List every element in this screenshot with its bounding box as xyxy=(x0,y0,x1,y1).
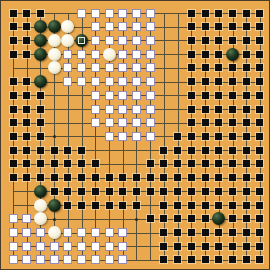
white-territory-marker[interactable] xyxy=(118,228,127,237)
white-territory-marker[interactable] xyxy=(105,118,114,127)
black-territory-marker[interactable] xyxy=(23,37,30,44)
black-territory-marker[interactable] xyxy=(202,215,209,222)
white-territory-marker[interactable] xyxy=(9,228,18,237)
white-territory-marker[interactable] xyxy=(118,105,127,114)
black-territory-marker[interactable] xyxy=(78,160,85,167)
white-territory-marker[interactable] xyxy=(91,255,100,264)
black-territory-marker[interactable] xyxy=(243,51,250,58)
star-point xyxy=(135,218,138,221)
black-territory-marker[interactable] xyxy=(243,133,250,140)
black-territory-marker[interactable] xyxy=(133,202,140,209)
white-territory-marker[interactable] xyxy=(132,132,141,141)
black-territory-marker[interactable] xyxy=(256,243,263,250)
white-territory-marker[interactable] xyxy=(63,63,72,72)
black-territory-marker[interactable] xyxy=(256,160,263,167)
white-territory-marker[interactable] xyxy=(132,63,141,72)
grid-line-vertical xyxy=(164,13,165,261)
black-territory-marker[interactable] xyxy=(10,37,17,44)
black-territory-marker[interactable] xyxy=(51,160,58,167)
black-territory-marker[interactable] xyxy=(64,202,71,209)
white-territory-marker[interactable] xyxy=(22,242,31,251)
black-territory-marker[interactable] xyxy=(160,202,167,209)
black-territory-marker[interactable] xyxy=(10,10,17,17)
black-territory-marker[interactable] xyxy=(10,160,17,167)
white-territory-marker[interactable] xyxy=(146,36,155,45)
black-territory-marker[interactable] xyxy=(64,188,71,195)
black-territory-marker[interactable] xyxy=(23,51,30,58)
white-territory-marker[interactable] xyxy=(132,50,141,59)
black-territory-marker[interactable] xyxy=(188,147,195,154)
black-territory-marker[interactable] xyxy=(92,202,99,209)
white-territory-marker[interactable] xyxy=(105,228,114,237)
white-territory-marker[interactable] xyxy=(146,9,155,18)
black-territory-marker[interactable] xyxy=(243,147,250,154)
black-territory-marker[interactable] xyxy=(229,37,236,44)
black-stone[interactable] xyxy=(75,34,88,47)
black-territory-marker[interactable] xyxy=(188,215,195,222)
black-territory-marker[interactable] xyxy=(119,174,126,181)
black-stone[interactable] xyxy=(34,48,47,61)
black-territory-marker[interactable] xyxy=(188,256,195,263)
white-stone[interactable] xyxy=(34,212,47,225)
black-territory-marker[interactable] xyxy=(188,92,195,99)
white-stone[interactable] xyxy=(48,61,61,74)
white-territory-marker[interactable] xyxy=(105,63,114,72)
black-territory-marker[interactable] xyxy=(174,256,181,263)
black-territory-marker[interactable] xyxy=(106,174,113,181)
white-territory-marker[interactable] xyxy=(132,118,141,127)
black-territory-marker[interactable] xyxy=(23,174,30,181)
black-territory-marker[interactable] xyxy=(256,51,263,58)
black-territory-marker[interactable] xyxy=(202,174,209,181)
white-territory-marker[interactable] xyxy=(77,63,86,72)
black-territory-marker[interactable] xyxy=(256,256,263,263)
black-territory-marker[interactable] xyxy=(174,174,181,181)
white-stone[interactable] xyxy=(48,34,61,47)
black-territory-marker[interactable] xyxy=(243,229,250,236)
black-territory-marker[interactable] xyxy=(256,119,263,126)
black-territory-marker[interactable] xyxy=(243,188,250,195)
black-territory-marker[interactable] xyxy=(202,37,209,44)
white-territory-marker[interactable] xyxy=(9,255,18,264)
black-territory-marker[interactable] xyxy=(202,133,209,140)
black-territory-marker[interactable] xyxy=(215,119,222,126)
black-territory-marker[interactable] xyxy=(64,174,71,181)
black-territory-marker[interactable] xyxy=(37,92,44,99)
white-territory-marker[interactable] xyxy=(118,255,127,264)
white-territory-marker[interactable] xyxy=(22,255,31,264)
white-territory-marker[interactable] xyxy=(50,255,59,264)
black-territory-marker[interactable] xyxy=(215,229,222,236)
white-territory-marker[interactable] xyxy=(132,9,141,18)
black-territory-marker[interactable] xyxy=(229,133,236,140)
white-stone[interactable] xyxy=(61,34,74,47)
black-territory-marker[interactable] xyxy=(188,174,195,181)
black-territory-marker[interactable] xyxy=(256,229,263,236)
black-territory-marker[interactable] xyxy=(188,23,195,30)
black-territory-marker[interactable] xyxy=(202,147,209,154)
white-territory-marker[interactable] xyxy=(146,77,155,86)
black-territory-marker[interactable] xyxy=(92,188,99,195)
black-territory-marker[interactable] xyxy=(202,229,209,236)
black-territory-marker[interactable] xyxy=(106,188,113,195)
black-territory-marker[interactable] xyxy=(188,133,195,140)
black-territory-marker[interactable] xyxy=(243,64,250,71)
white-territory-marker[interactable] xyxy=(118,91,127,100)
black-stone[interactable] xyxy=(226,48,239,61)
black-territory-marker[interactable] xyxy=(78,174,85,181)
white-territory-marker[interactable] xyxy=(105,77,114,86)
white-territory-marker[interactable] xyxy=(91,36,100,45)
white-territory-marker[interactable] xyxy=(146,22,155,31)
black-territory-marker[interactable] xyxy=(188,78,195,85)
black-territory-marker[interactable] xyxy=(229,256,236,263)
black-territory-marker[interactable] xyxy=(229,202,236,209)
black-territory-marker[interactable] xyxy=(64,160,71,167)
black-territory-marker[interactable] xyxy=(160,147,167,154)
black-territory-marker[interactable] xyxy=(202,10,209,17)
black-territory-marker[interactable] xyxy=(215,64,222,71)
black-territory-marker[interactable] xyxy=(215,188,222,195)
black-territory-marker[interactable] xyxy=(133,174,140,181)
white-territory-marker[interactable] xyxy=(91,228,100,237)
black-territory-marker[interactable] xyxy=(78,147,85,154)
black-territory-marker[interactable] xyxy=(10,119,17,126)
black-territory-marker[interactable] xyxy=(188,51,195,58)
white-territory-marker[interactable] xyxy=(118,50,127,59)
white-territory-marker[interactable] xyxy=(91,22,100,31)
black-territory-marker[interactable] xyxy=(147,160,154,167)
white-territory-marker[interactable] xyxy=(118,77,127,86)
white-stone[interactable] xyxy=(48,48,61,61)
white-territory-marker[interactable] xyxy=(77,255,86,264)
black-territory-marker[interactable] xyxy=(202,243,209,250)
white-territory-marker[interactable] xyxy=(118,9,127,18)
black-territory-marker[interactable] xyxy=(188,64,195,71)
white-territory-marker[interactable] xyxy=(91,63,100,72)
black-territory-marker[interactable] xyxy=(119,202,126,209)
black-territory-marker[interactable] xyxy=(202,119,209,126)
last-move-marker xyxy=(78,37,85,44)
black-territory-marker[interactable] xyxy=(188,37,195,44)
black-territory-marker[interactable] xyxy=(215,10,222,17)
black-territory-marker[interactable] xyxy=(243,202,250,209)
white-territory-marker[interactable] xyxy=(91,9,100,18)
black-territory-marker[interactable] xyxy=(215,78,222,85)
white-territory-marker[interactable] xyxy=(118,242,127,251)
black-territory-marker[interactable] xyxy=(215,160,222,167)
black-territory-marker[interactable] xyxy=(202,92,209,99)
black-territory-marker[interactable] xyxy=(174,133,181,140)
black-territory-marker[interactable] xyxy=(243,10,250,17)
black-territory-marker[interactable] xyxy=(147,188,154,195)
white-territory-marker[interactable] xyxy=(132,105,141,114)
black-territory-marker[interactable] xyxy=(243,243,250,250)
black-territory-marker[interactable] xyxy=(10,133,17,140)
black-territory-marker[interactable] xyxy=(215,92,222,99)
black-territory-marker[interactable] xyxy=(92,160,99,167)
black-territory-marker[interactable] xyxy=(37,10,44,17)
black-territory-marker[interactable] xyxy=(202,51,209,58)
black-territory-marker[interactable] xyxy=(215,243,222,250)
white-territory-marker[interactable] xyxy=(118,118,127,127)
black-territory-marker[interactable] xyxy=(229,64,236,71)
white-territory-marker[interactable] xyxy=(63,228,72,237)
black-territory-marker[interactable] xyxy=(188,119,195,126)
black-territory-marker[interactable] xyxy=(23,160,30,167)
black-territory-marker[interactable] xyxy=(119,188,126,195)
black-territory-marker[interactable] xyxy=(229,92,236,99)
black-stone[interactable] xyxy=(34,20,47,33)
white-territory-marker[interactable] xyxy=(132,36,141,45)
black-territory-marker[interactable] xyxy=(188,106,195,113)
black-territory-marker[interactable] xyxy=(174,202,181,209)
black-stone[interactable] xyxy=(48,199,61,212)
black-territory-marker[interactable] xyxy=(23,78,30,85)
black-territory-marker[interactable] xyxy=(147,174,154,181)
black-territory-marker[interactable] xyxy=(37,174,44,181)
white-territory-marker[interactable] xyxy=(105,36,114,45)
black-territory-marker[interactable] xyxy=(215,174,222,181)
black-territory-marker[interactable] xyxy=(256,78,263,85)
black-territory-marker[interactable] xyxy=(10,78,17,85)
black-territory-marker[interactable] xyxy=(51,188,58,195)
black-territory-marker[interactable] xyxy=(37,106,44,113)
black-territory-marker[interactable] xyxy=(10,174,17,181)
black-territory-marker[interactable] xyxy=(160,256,167,263)
white-stone[interactable] xyxy=(103,48,116,61)
black-territory-marker[interactable] xyxy=(160,160,167,167)
black-territory-marker[interactable] xyxy=(174,147,181,154)
white-territory-marker[interactable] xyxy=(118,132,127,141)
white-territory-marker[interactable] xyxy=(77,50,86,59)
white-territory-marker[interactable] xyxy=(63,255,72,264)
black-territory-marker[interactable] xyxy=(256,106,263,113)
white-territory-marker[interactable] xyxy=(9,214,18,223)
white-territory-marker[interactable] xyxy=(146,63,155,72)
black-territory-marker[interactable] xyxy=(202,202,209,209)
white-territory-marker[interactable] xyxy=(77,242,86,251)
black-territory-marker[interactable] xyxy=(256,188,263,195)
black-territory-marker[interactable] xyxy=(10,92,17,99)
white-territory-marker[interactable] xyxy=(146,132,155,141)
white-territory-marker[interactable] xyxy=(118,63,127,72)
black-territory-marker[interactable] xyxy=(92,174,99,181)
black-territory-marker[interactable] xyxy=(215,23,222,30)
white-territory-marker[interactable] xyxy=(105,132,114,141)
black-territory-marker[interactable] xyxy=(229,160,236,167)
white-territory-marker[interactable] xyxy=(36,242,45,251)
white-territory-marker[interactable] xyxy=(132,22,141,31)
black-territory-marker[interactable] xyxy=(215,106,222,113)
black-territory-marker[interactable] xyxy=(10,23,17,30)
white-territory-marker[interactable] xyxy=(105,242,114,251)
black-territory-marker[interactable] xyxy=(229,229,236,236)
black-territory-marker[interactable] xyxy=(188,202,195,209)
white-territory-marker[interactable] xyxy=(91,77,100,86)
black-territory-marker[interactable] xyxy=(10,106,17,113)
black-stone[interactable] xyxy=(48,20,61,33)
black-territory-marker[interactable] xyxy=(215,51,222,58)
white-territory-marker[interactable] xyxy=(105,105,114,114)
black-territory-marker[interactable] xyxy=(243,92,250,99)
black-territory-marker[interactable] xyxy=(215,147,222,154)
black-territory-marker[interactable] xyxy=(188,10,195,17)
white-territory-marker[interactable] xyxy=(77,228,86,237)
white-territory-marker[interactable] xyxy=(63,50,72,59)
white-territory-marker[interactable] xyxy=(63,77,72,86)
black-territory-marker[interactable] xyxy=(174,160,181,167)
black-territory-marker[interactable] xyxy=(188,160,195,167)
black-territory-marker[interactable] xyxy=(229,147,236,154)
black-territory-marker[interactable] xyxy=(23,106,30,113)
black-territory-marker[interactable] xyxy=(160,215,167,222)
white-territory-marker[interactable] xyxy=(63,242,72,251)
white-territory-marker[interactable] xyxy=(132,77,141,86)
black-territory-marker[interactable] xyxy=(256,202,263,209)
black-territory-marker[interactable] xyxy=(243,256,250,263)
black-territory-marker[interactable] xyxy=(147,215,154,222)
white-stone[interactable] xyxy=(61,20,74,33)
black-territory-marker[interactable] xyxy=(243,215,250,222)
white-territory-marker[interactable] xyxy=(77,9,86,18)
white-stone[interactable] xyxy=(48,226,61,239)
black-territory-marker[interactable] xyxy=(160,188,167,195)
black-territory-marker[interactable] xyxy=(174,243,181,250)
black-territory-marker[interactable] xyxy=(188,243,195,250)
black-territory-marker[interactable] xyxy=(202,23,209,30)
black-territory-marker[interactable] xyxy=(202,106,209,113)
black-stone[interactable] xyxy=(34,185,47,198)
black-territory-marker[interactable] xyxy=(160,243,167,250)
black-territory-marker[interactable] xyxy=(10,51,17,58)
white-territory-marker[interactable] xyxy=(146,50,155,59)
black-territory-marker[interactable] xyxy=(202,78,209,85)
black-territory-marker[interactable] xyxy=(133,188,140,195)
black-territory-marker[interactable] xyxy=(37,147,44,154)
black-territory-marker[interactable] xyxy=(229,119,236,126)
black-territory-marker[interactable] xyxy=(160,229,167,236)
white-territory-marker[interactable] xyxy=(118,36,127,45)
black-territory-marker[interactable] xyxy=(215,202,222,209)
black-territory-marker[interactable] xyxy=(256,92,263,99)
black-territory-marker[interactable] xyxy=(229,10,236,17)
white-territory-marker[interactable] xyxy=(105,9,114,18)
black-territory-marker[interactable] xyxy=(78,188,85,195)
black-territory-marker[interactable] xyxy=(243,174,250,181)
black-territory-marker[interactable] xyxy=(256,174,263,181)
black-territory-marker[interactable] xyxy=(215,37,222,44)
black-territory-marker[interactable] xyxy=(106,202,113,209)
black-stone[interactable] xyxy=(34,34,47,47)
white-territory-marker[interactable] xyxy=(91,91,100,100)
black-territory-marker[interactable] xyxy=(78,202,85,209)
white-territory-marker[interactable] xyxy=(91,118,100,127)
star-point xyxy=(53,218,56,221)
black-territory-marker[interactable] xyxy=(160,174,167,181)
black-territory-marker[interactable] xyxy=(256,133,263,140)
black-territory-marker[interactable] xyxy=(229,188,236,195)
black-territory-marker[interactable] xyxy=(229,215,236,222)
black-territory-marker[interactable] xyxy=(243,78,250,85)
white-territory-marker[interactable] xyxy=(105,91,114,100)
white-territory-marker[interactable] xyxy=(132,91,141,100)
white-territory-marker[interactable] xyxy=(146,91,155,100)
white-territory-marker[interactable] xyxy=(105,22,114,31)
black-territory-marker[interactable] xyxy=(243,23,250,30)
black-territory-marker[interactable] xyxy=(23,23,30,30)
black-territory-marker[interactable] xyxy=(256,147,263,154)
black-stone[interactable] xyxy=(34,75,47,88)
white-territory-marker[interactable] xyxy=(91,105,100,114)
black-territory-marker[interactable] xyxy=(202,188,209,195)
white-territory-marker[interactable] xyxy=(36,255,45,264)
white-territory-marker[interactable] xyxy=(36,228,45,237)
black-territory-marker[interactable] xyxy=(37,119,44,126)
black-territory-marker[interactable] xyxy=(229,78,236,85)
white-stone[interactable] xyxy=(34,199,47,212)
black-territory-marker[interactable] xyxy=(229,174,236,181)
black-territory-marker[interactable] xyxy=(256,64,263,71)
white-territory-marker[interactable] xyxy=(9,242,18,251)
black-territory-marker[interactable] xyxy=(229,243,236,250)
black-territory-marker[interactable] xyxy=(215,256,222,263)
black-territory-marker[interactable] xyxy=(202,64,209,71)
black-territory-marker[interactable] xyxy=(23,119,30,126)
black-territory-marker[interactable] xyxy=(23,92,30,99)
black-territory-marker[interactable] xyxy=(188,229,195,236)
black-territory-marker[interactable] xyxy=(256,215,263,222)
black-territory-marker[interactable] xyxy=(256,37,263,44)
black-territory-marker[interactable] xyxy=(243,106,250,113)
white-territory-marker[interactable] xyxy=(91,50,100,59)
black-territory-marker[interactable] xyxy=(10,147,17,154)
black-territory-marker[interactable] xyxy=(51,174,58,181)
black-territory-marker[interactable] xyxy=(188,188,195,195)
white-territory-marker[interactable] xyxy=(91,242,100,251)
black-territory-marker[interactable] xyxy=(174,188,181,195)
black-territory-marker[interactable] xyxy=(256,23,263,30)
black-territory-marker[interactable] xyxy=(174,229,181,236)
black-territory-marker[interactable] xyxy=(174,215,181,222)
black-territory-marker[interactable] xyxy=(202,256,209,263)
black-territory-marker[interactable] xyxy=(23,133,30,140)
white-territory-marker[interactable] xyxy=(77,77,86,86)
black-territory-marker[interactable] xyxy=(229,23,236,30)
white-territory-marker[interactable] xyxy=(146,105,155,114)
black-territory-marker[interactable] xyxy=(64,147,71,154)
white-territory-marker[interactable] xyxy=(105,255,114,264)
black-stone[interactable] xyxy=(212,212,225,225)
black-territory-marker[interactable] xyxy=(37,160,44,167)
black-territory-marker[interactable] xyxy=(202,160,209,167)
black-territory-marker[interactable] xyxy=(243,37,250,44)
black-territory-marker[interactable] xyxy=(37,133,44,140)
white-territory-marker[interactable] xyxy=(146,118,155,127)
black-territory-marker[interactable] xyxy=(243,119,250,126)
black-territory-marker[interactable] xyxy=(256,10,263,17)
black-territory-marker[interactable] xyxy=(215,133,222,140)
black-territory-marker[interactable] xyxy=(51,147,58,154)
black-territory-marker[interactable] xyxy=(23,147,30,154)
white-territory-marker[interactable] xyxy=(22,228,31,237)
black-territory-marker[interactable] xyxy=(243,160,250,167)
black-territory-marker[interactable] xyxy=(23,10,30,17)
white-territory-marker[interactable] xyxy=(50,242,59,251)
white-territory-marker[interactable] xyxy=(22,214,31,223)
white-territory-marker[interactable] xyxy=(118,22,127,31)
black-territory-marker[interactable] xyxy=(229,106,236,113)
